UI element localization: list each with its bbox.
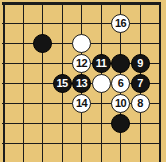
stone-black-7: 7 xyxy=(131,74,150,93)
grid-line-h-7 xyxy=(2,123,161,124)
stone-white-14: 14 xyxy=(72,94,91,113)
go-board[interactable]: 678910111213141516 xyxy=(0,0,166,162)
stone-white-8: 8 xyxy=(131,94,150,113)
stone-black-plain xyxy=(111,54,130,73)
stone-black-plain xyxy=(33,34,52,53)
grid-line-h-8 xyxy=(2,143,161,144)
stone-white-12: 12 xyxy=(72,54,91,73)
stone-black-13: 13 xyxy=(72,74,91,93)
stone-black-11: 11 xyxy=(92,54,111,73)
stone-black-9: 9 xyxy=(131,54,150,73)
stone-white-plain xyxy=(72,34,91,53)
grid-line-h-1 xyxy=(2,2,161,5)
stone-white-16: 16 xyxy=(111,14,130,33)
stone-black-15: 15 xyxy=(53,74,72,93)
stone-white-6: 6 xyxy=(111,74,130,93)
stone-black-plain xyxy=(111,114,130,133)
grid-line-h-2 xyxy=(2,23,161,24)
stone-white-plain xyxy=(92,74,111,93)
stone-white-10: 10 xyxy=(111,94,130,113)
